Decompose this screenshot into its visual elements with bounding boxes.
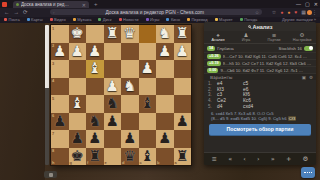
square-c6[interactable] bbox=[139, 113, 157, 131]
browser-logo-icon[interactable] bbox=[2, 2, 7, 7]
square-d8[interactable]: d♛ bbox=[121, 148, 139, 166]
bookmark-favicon bbox=[50, 18, 53, 21]
window-controls: — ▢ ✕ bbox=[296, 0, 318, 8]
square-g6[interactable] bbox=[69, 113, 87, 131]
new-tab-button[interactable]: + bbox=[94, 1, 98, 8]
piece-black-N: ♞ bbox=[104, 95, 122, 113]
square-a1[interactable]: ♜ bbox=[174, 25, 192, 43]
tab-Партии[interactable]: ≡Партии bbox=[260, 31, 288, 43]
move-list: 1.e4c52.Кf3e63.c3Кf64.Сe2Кc65.d4cxd4 bbox=[204, 80, 316, 110]
square-c4[interactable] bbox=[139, 78, 157, 96]
square-b5[interactable] bbox=[156, 95, 174, 113]
menu-icon[interactable]: ≡ bbox=[212, 153, 217, 166]
piece-white-P: ♟ bbox=[86, 43, 104, 61]
eval-badge: 0.00 bbox=[207, 68, 218, 73]
maximize-button[interactable]: ▢ bbox=[305, 0, 310, 8]
square-e2[interactable] bbox=[104, 43, 122, 61]
minimize-button[interactable]: — bbox=[296, 0, 301, 8]
chesscom-favicon bbox=[16, 3, 19, 6]
bookmark-favicon bbox=[98, 18, 101, 21]
bookmark-item[interactable]: Кино bbox=[166, 17, 180, 22]
square-d4[interactable]: ♞ bbox=[121, 78, 139, 96]
piece-white-P: ♟ bbox=[139, 60, 157, 78]
black-move[interactable]: e6 bbox=[243, 87, 248, 92]
bookmark-favicon bbox=[166, 18, 169, 21]
square-b3[interactable] bbox=[156, 60, 174, 78]
bookmark-favicon bbox=[215, 18, 218, 21]
tab-label: Партии bbox=[268, 38, 281, 42]
analysis-panel: Анализ ⌖Анализ♟Игра≡Партии⚙Настройки 14 … bbox=[204, 22, 316, 165]
rank-label: 4 bbox=[52, 78, 54, 83]
square-c2[interactable] bbox=[139, 43, 157, 61]
square-c3[interactable]: ♟ bbox=[139, 60, 157, 78]
square-g5[interactable]: ♝ bbox=[69, 95, 87, 113]
square-b2[interactable]: ♟ bbox=[156, 43, 174, 61]
tab-Настройки[interactable]: ⚙Настройки bbox=[288, 31, 316, 43]
piece-black-P: ♟ bbox=[104, 113, 122, 131]
help-chat-bubble[interactable] bbox=[301, 167, 315, 178]
engine-line-moves: 9…h5 10. Сe2 Сe7 11. Кd2 Кg6 12. Кb3 Сb6… bbox=[223, 61, 313, 66]
file-label: h bbox=[52, 160, 54, 165]
bookmark-favicon bbox=[187, 18, 190, 21]
square-c5[interactable]: ♝ bbox=[139, 95, 157, 113]
square-g4[interactable] bbox=[69, 78, 87, 96]
square-a5[interactable] bbox=[174, 95, 192, 113]
step-forward-icon[interactable]: › bbox=[257, 153, 260, 166]
bookmark-item[interactable]: Почта bbox=[4, 17, 20, 22]
square-a8[interactable]: a♜ bbox=[174, 148, 192, 166]
move-number: 4. bbox=[208, 98, 217, 103]
piece-black-P: ♟ bbox=[86, 130, 104, 148]
panel-title-row: Анализ bbox=[204, 22, 316, 31]
square-a7[interactable] bbox=[174, 130, 192, 148]
jump-end-icon[interactable]: » bbox=[271, 153, 275, 166]
browser-action-icons: ☆●●♥▦ bbox=[272, 8, 306, 17]
bookmark-label: Диск bbox=[103, 17, 112, 22]
square-a2[interactable]: ♟ bbox=[174, 43, 192, 61]
bookmark-item[interactable]: Игры bbox=[146, 17, 160, 22]
page-title-url: Доска анализа и редактор PGN - Chess.com bbox=[54, 10, 255, 15]
square-g2[interactable]: ♟ bbox=[69, 43, 87, 61]
tab-icon: ≡ bbox=[272, 32, 277, 38]
tab-icon: ⌖ bbox=[216, 32, 219, 38]
square-e4[interactable]: ♟ bbox=[104, 78, 122, 96]
square-e7[interactable] bbox=[104, 130, 122, 148]
move-number: 5. bbox=[208, 104, 217, 109]
board-options-chip[interactable] bbox=[44, 171, 57, 178]
piece-white-N: ♞ bbox=[121, 78, 139, 96]
move-number: 3. bbox=[208, 92, 217, 97]
square-h3[interactable]: 3 bbox=[51, 60, 69, 78]
screen: Доска анализа и ред… ✕ + — ▢ ✕ ← → ⟳ ◦ Д… bbox=[0, 0, 320, 180]
browser-tab[interactable]: Доска анализа и ред… ✕ bbox=[13, 1, 89, 8]
square-b6[interactable] bbox=[156, 113, 174, 131]
bookmark-favicon bbox=[146, 18, 149, 21]
variants-header: Варианты ▣ ⚙ bbox=[204, 73, 316, 80]
white-move[interactable]: c3 bbox=[217, 92, 243, 97]
square-e1[interactable]: ♜ bbox=[104, 25, 122, 43]
white-move[interactable]: Кf3 bbox=[217, 87, 243, 92]
bookmark-label: Видео bbox=[54, 17, 66, 22]
file-label: e bbox=[105, 160, 107, 165]
extension-orange-icon[interactable]: ● bbox=[287, 8, 290, 16]
square-g1[interactable]: ♚ bbox=[69, 25, 87, 43]
address-bar: ← → ⟳ ◦ Доска анализа и редактор PGN - C… bbox=[0, 8, 320, 17]
square-f7[interactable]: ♟ bbox=[86, 130, 104, 148]
piece-white-P: ♟ bbox=[69, 43, 87, 61]
piece-white-P: ♟ bbox=[156, 43, 174, 61]
engine-header-row: 14 Глубина Stockfish 16 bbox=[204, 44, 316, 52]
engine-lines: +0.269…Сe7 10. Кd2 Кg6 11. Сxf6 Сxf6 12.… bbox=[204, 52, 316, 73]
black-move[interactable]: cxd4 bbox=[243, 104, 253, 109]
panel-title: Анализ bbox=[253, 24, 273, 30]
square-h5[interactable]: 5 bbox=[51, 95, 69, 113]
eval-badge: +0.19 bbox=[207, 61, 221, 66]
tab-title: Доска анализа и ред… bbox=[21, 2, 80, 7]
square-f8[interactable]: f♜ bbox=[86, 148, 104, 166]
current-move-chip[interactable]: Сf3 bbox=[288, 116, 297, 121]
bookmark-star-icon[interactable]: ☆ bbox=[272, 8, 276, 16]
square-g8[interactable]: g♚ bbox=[69, 148, 87, 166]
square-c8[interactable]: c♝ bbox=[139, 148, 157, 166]
tab-icon: ♟ bbox=[244, 32, 249, 38]
transport-bar: ≡«‹›»+⚙ bbox=[204, 152, 316, 165]
square-b4[interactable] bbox=[156, 78, 174, 96]
jump-start-icon[interactable]: « bbox=[228, 153, 232, 166]
piece-black-Q: ♛ bbox=[121, 148, 139, 166]
square-c7[interactable] bbox=[139, 130, 157, 148]
add-line-icon[interactable]: + bbox=[286, 153, 291, 166]
move-row: 5.d4cxd4 bbox=[204, 103, 316, 109]
square-d3[interactable] bbox=[121, 60, 139, 78]
bookmark-item[interactable]: Видео bbox=[50, 17, 66, 22]
square-h1[interactable]: 1 bbox=[51, 25, 69, 43]
square-b1[interactable]: ♞ bbox=[156, 25, 174, 43]
bookmark-label: Новости bbox=[123, 17, 138, 22]
piece-black-B: ♝ bbox=[139, 95, 157, 113]
step-back-icon[interactable]: ‹ bbox=[243, 153, 246, 166]
move-number: 2. bbox=[208, 87, 217, 92]
square-g3[interactable] bbox=[69, 60, 87, 78]
bookmark-favicon bbox=[4, 18, 7, 21]
rank-label: 1 bbox=[52, 26, 54, 31]
bookmark-favicon bbox=[27, 18, 30, 21]
rank-label: 8 bbox=[52, 148, 54, 153]
browser-menu-icon[interactable]: ⋮ bbox=[312, 8, 317, 17]
piece-white-Q: ♛ bbox=[121, 25, 139, 43]
square-b8[interactable]: b bbox=[156, 148, 174, 166]
square-a3[interactable] bbox=[174, 60, 192, 78]
engine-line[interactable]: +0.199…h5 10. Сe2 Сe7 11. Кd2 Кg6 12. Кb… bbox=[204, 59, 316, 66]
bookmark-label: Игры bbox=[150, 17, 159, 22]
square-f5[interactable] bbox=[86, 95, 104, 113]
white-move[interactable]: d4 bbox=[217, 104, 243, 109]
engine-line[interactable]: 0.009…Сb6 10. Кd2 Фc7 11. Сe2 Кg6 12. Лc… bbox=[204, 66, 316, 73]
square-f4[interactable] bbox=[86, 78, 104, 96]
chesscom-page: 1♚♜♛♞♜2♟♟♟♟♟3♝♟4♟♞5♝♞♝6♟♞♟♟7♟♟♟♟8hg♚f♜ed… bbox=[0, 23, 320, 180]
square-h2[interactable]: 2♟ bbox=[51, 43, 69, 61]
square-e6[interactable]: ♟ bbox=[104, 113, 122, 131]
file-label: b bbox=[157, 160, 159, 165]
evaluation-bar bbox=[45, 25, 49, 165]
forward-icon[interactable]: → bbox=[14, 9, 20, 15]
bookmark-label: Кино bbox=[171, 17, 180, 22]
game-review-button[interactable]: Посмотреть обзор партии bbox=[209, 124, 311, 135]
piece-black-P: ♟ bbox=[51, 113, 69, 131]
reload-icon[interactable]: ⟳ bbox=[23, 9, 28, 15]
square-f6[interactable]: ♞ bbox=[86, 113, 104, 131]
close-button[interactable]: ✕ bbox=[314, 0, 318, 8]
piece-white-N: ♞ bbox=[156, 25, 174, 43]
settings-gear-icon[interactable]: ⚙ bbox=[303, 153, 309, 166]
square-f2[interactable]: ♟ bbox=[86, 43, 104, 61]
bookmark-label: Карты bbox=[31, 17, 42, 22]
black-move[interactable]: Кc6 bbox=[243, 98, 251, 103]
piece-black-P: ♟ bbox=[174, 113, 192, 131]
engine-line-moves: 9…Сb6 10. Кd2 Фc7 11. Сe2 Кg6 12. Лc1 … bbox=[220, 68, 313, 73]
piece-black-P: ♟ bbox=[69, 130, 87, 148]
depth-label: Глубина bbox=[217, 46, 233, 51]
piece-white-P: ♟ bbox=[104, 78, 122, 96]
square-d6[interactable] bbox=[121, 113, 139, 131]
browser-tab-bar: Доска анализа и ред… ✕ + — ▢ ✕ bbox=[0, 0, 320, 8]
bookmark-item[interactable]: Диск bbox=[98, 17, 111, 22]
square-f1[interactable] bbox=[86, 25, 104, 43]
magnifier-icon bbox=[248, 25, 251, 28]
bookmark-item[interactable]: Карты bbox=[27, 17, 43, 22]
square-a4[interactable] bbox=[174, 78, 192, 96]
rank-label: 3 bbox=[52, 61, 54, 66]
square-f3[interactable]: ♝ bbox=[86, 60, 104, 78]
square-e3[interactable] bbox=[104, 60, 122, 78]
square-d7[interactable]: ♟ bbox=[121, 130, 139, 148]
piece-black-P: ♟ bbox=[121, 130, 139, 148]
square-d5[interactable] bbox=[121, 95, 139, 113]
piece-black-R: ♜ bbox=[86, 148, 104, 166]
rank-label: 7 bbox=[52, 131, 54, 136]
variation-line[interactable]: (8… d5 9. exd5 Кxd5 10. Сg5) 9. Сg5 h6 С… bbox=[211, 116, 312, 121]
square-a6[interactable]: ♟ bbox=[174, 113, 192, 131]
square-h4[interactable]: 4 bbox=[51, 78, 69, 96]
bookmark-favicon bbox=[240, 18, 243, 21]
back-icon[interactable]: ← bbox=[4, 9, 10, 15]
piece-white-B: ♝ bbox=[86, 60, 104, 78]
extensions-icon[interactable]: ▦ bbox=[301, 8, 306, 16]
piece-white-B: ♝ bbox=[69, 95, 87, 113]
variants-label: Варианты bbox=[210, 75, 299, 80]
tab-label: Анализ bbox=[212, 38, 225, 42]
piece-black-R: ♜ bbox=[174, 148, 192, 166]
piece-black-B: ♝ bbox=[139, 148, 157, 166]
variation-block: 6. cxd4 Кe5 7. Кc3 a6 8. O-O Сc5 (8… d5 … bbox=[204, 110, 316, 122]
square-h7[interactable]: 7 bbox=[51, 130, 69, 148]
evaluation-white-portion bbox=[45, 25, 49, 88]
square-h8[interactable]: 8h bbox=[51, 148, 69, 166]
bookmark-favicon bbox=[119, 18, 122, 21]
piece-black-P: ♟ bbox=[156, 130, 174, 148]
square-h6[interactable]: 6♟ bbox=[51, 113, 69, 131]
engine-line[interactable]: +0.269…Сe7 10. Кd2 Кg6 11. Сxf6 Сxf6 12.… bbox=[204, 52, 316, 59]
left-shade bbox=[0, 23, 45, 180]
piece-white-R: ♜ bbox=[174, 25, 192, 43]
favorite-star-icon[interactable]: ☆ bbox=[255, 10, 259, 15]
piece-white-P: ♟ bbox=[51, 43, 69, 61]
depth-chip: 14 bbox=[207, 46, 215, 51]
url-field[interactable]: ◦ Доска анализа и редактор PGN - Chess.c… bbox=[50, 9, 262, 15]
square-e5[interactable]: ♞ bbox=[104, 95, 122, 113]
square-d2[interactable] bbox=[121, 43, 139, 61]
bookmark-label: Почта bbox=[9, 17, 20, 22]
bookmark-item[interactable]: Новости bbox=[119, 17, 139, 22]
piece-black-K: ♚ bbox=[69, 148, 87, 166]
tab-label: Игра bbox=[242, 38, 250, 42]
square-d1[interactable]: ♛ bbox=[121, 25, 139, 43]
rank-label: 5 bbox=[52, 96, 54, 101]
piece-white-P: ♟ bbox=[174, 43, 192, 61]
variants-settings-icon[interactable]: ⚙ bbox=[309, 75, 313, 80]
panel-tabs: ⌖Анализ♟Игра≡Партии⚙Настройки bbox=[204, 31, 316, 44]
tab-label: Настройки bbox=[293, 38, 312, 42]
chess-board: 1♚♜♛♞♜2♟♟♟♟♟3♝♟4♟♞5♝♞♝6♟♞♟♟7♟♟♟♟8hg♚f♜ed… bbox=[51, 25, 191, 165]
engine-line-moves: 9…Сe7 10. Кd2 Кg6 11. Сxf6 Сxf6 12. Кc4 … bbox=[223, 54, 313, 59]
piece-white-K: ♚ bbox=[69, 25, 87, 43]
square-b7[interactable]: ♟ bbox=[156, 130, 174, 148]
piece-white-R: ♜ bbox=[104, 25, 122, 43]
white-move[interactable]: e4 bbox=[217, 81, 243, 86]
engine-toggle[interactable] bbox=[304, 46, 313, 51]
copy-icon[interactable]: ▣ bbox=[302, 75, 306, 80]
move-number: 1. bbox=[208, 81, 217, 86]
square-g7[interactable]: ♟ bbox=[69, 130, 87, 148]
bookmark-item[interactable]: Музыка bbox=[73, 17, 92, 22]
white-move[interactable]: Сe2 bbox=[217, 98, 243, 103]
engine-name: Stockfish 16 bbox=[279, 46, 302, 51]
black-move[interactable]: Кf6 bbox=[243, 92, 250, 97]
piece-black-N: ♞ bbox=[86, 113, 104, 131]
likes-icon[interactable]: ♥ bbox=[294, 8, 297, 16]
bookmark-favicon bbox=[73, 18, 76, 21]
tab-Игра[interactable]: ♟Игра bbox=[232, 31, 260, 43]
black-move[interactable]: c5 bbox=[243, 81, 248, 86]
tab-Анализ[interactable]: ⌖Анализ bbox=[204, 31, 232, 43]
square-e8[interactable]: e bbox=[104, 148, 122, 166]
adblock-icon[interactable]: ● bbox=[280, 8, 283, 16]
tab-icon: ⚙ bbox=[300, 32, 305, 38]
square-c1[interactable] bbox=[139, 25, 157, 43]
eval-badge: +0.26 bbox=[207, 54, 221, 59]
bookmark-label: Музыка bbox=[77, 17, 91, 22]
tab-close-icon[interactable]: ✕ bbox=[82, 2, 86, 8]
